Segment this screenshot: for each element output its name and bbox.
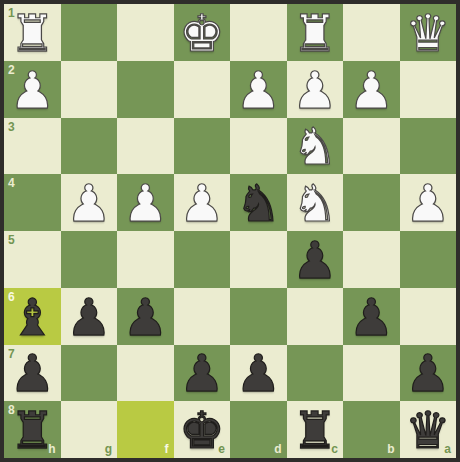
square-f8[interactable]: f <box>117 401 174 458</box>
square-a3[interactable] <box>400 118 457 175</box>
black-pawn[interactable]: ♟ <box>122 292 168 343</box>
square-c7[interactable] <box>287 345 344 402</box>
square-c3[interactable]: ♞ <box>287 118 344 175</box>
square-a4[interactable]: ♟ <box>400 174 457 231</box>
file-label-g: g <box>105 443 112 455</box>
square-b1[interactable] <box>343 4 400 61</box>
square-h6[interactable]: 6♝ <box>4 288 61 345</box>
square-b4[interactable] <box>343 174 400 231</box>
square-h4[interactable]: 4 <box>4 174 61 231</box>
square-f5[interactable] <box>117 231 174 288</box>
square-g2[interactable] <box>61 61 118 118</box>
rank-label-3: 3 <box>8 121 15 133</box>
square-e2[interactable] <box>174 61 231 118</box>
square-c1[interactable]: ♜ <box>287 4 344 61</box>
white-pawn[interactable]: ♟ <box>405 178 451 229</box>
square-d5[interactable] <box>230 231 287 288</box>
square-g8[interactable]: g <box>61 401 118 458</box>
square-h7[interactable]: 7♟ <box>4 345 61 402</box>
white-knight[interactable]: ♞ <box>292 178 338 229</box>
file-label-b: b <box>387 443 394 455</box>
square-f7[interactable] <box>117 345 174 402</box>
square-a7[interactable]: ♟ <box>400 345 457 402</box>
square-g3[interactable] <box>61 118 118 175</box>
black-pawn[interactable]: ♟ <box>348 292 394 343</box>
square-c2[interactable]: ♟ <box>287 61 344 118</box>
square-g7[interactable] <box>61 345 118 402</box>
white-pawn[interactable]: ♟ <box>66 178 112 229</box>
square-e7[interactable]: ♟ <box>174 345 231 402</box>
black-pawn[interactable]: ♟ <box>405 348 451 399</box>
square-b5[interactable] <box>343 231 400 288</box>
black-pawn[interactable]: ♟ <box>9 348 55 399</box>
black-pawn[interactable]: ♟ <box>292 235 338 286</box>
file-label-f: f <box>165 443 169 455</box>
square-g5[interactable] <box>61 231 118 288</box>
black-pawn[interactable]: ♟ <box>235 348 281 399</box>
square-e3[interactable] <box>174 118 231 175</box>
square-b6[interactable]: ♟ <box>343 288 400 345</box>
square-f6[interactable]: ♟ <box>117 288 174 345</box>
black-king[interactable]: ♚ <box>179 405 225 456</box>
square-d7[interactable]: ♟ <box>230 345 287 402</box>
black-rook[interactable]: ♜ <box>9 405 55 456</box>
white-knight[interactable]: ♞ <box>292 121 338 172</box>
black-queen[interactable]: ♛ <box>405 405 451 456</box>
square-f4[interactable]: ♟ <box>117 174 174 231</box>
square-d3[interactable] <box>230 118 287 175</box>
black-pawn[interactable]: ♟ <box>179 348 225 399</box>
square-g1[interactable] <box>61 4 118 61</box>
chess-board: 1♜♚♜♛2♟♟♟♟3♞4♟♟♟♞♞♟5♟6♝♟♟♟7♟♟♟♟8h♜gfe♚dc… <box>4 4 456 458</box>
square-e6[interactable] <box>174 288 231 345</box>
white-queen[interactable]: ♛ <box>405 8 451 59</box>
square-e5[interactable] <box>174 231 231 288</box>
square-e8[interactable]: e♚ <box>174 401 231 458</box>
square-g4[interactable]: ♟ <box>61 174 118 231</box>
rank-label-5: 5 <box>8 234 15 246</box>
black-bishop[interactable]: ♝ <box>9 292 55 343</box>
black-pawn[interactable]: ♟ <box>66 292 112 343</box>
square-d8[interactable]: d <box>230 401 287 458</box>
square-d6[interactable] <box>230 288 287 345</box>
white-king[interactable]: ♚ <box>179 8 225 59</box>
square-a5[interactable] <box>400 231 457 288</box>
square-g6[interactable]: ♟ <box>61 288 118 345</box>
square-c6[interactable] <box>287 288 344 345</box>
rank-label-4: 4 <box>8 177 15 189</box>
white-rook[interactable]: ♜ <box>9 8 55 59</box>
square-b7[interactable] <box>343 345 400 402</box>
square-c8[interactable]: c♜ <box>287 401 344 458</box>
square-d4[interactable]: ♞ <box>230 174 287 231</box>
black-knight[interactable]: ♞ <box>235 178 281 229</box>
square-h1[interactable]: 1♜ <box>4 4 61 61</box>
square-e4[interactable]: ♟ <box>174 174 231 231</box>
square-h8[interactable]: 8h♜ <box>4 401 61 458</box>
square-d2[interactable]: ♟ <box>230 61 287 118</box>
white-pawn[interactable]: ♟ <box>122 178 168 229</box>
white-pawn[interactable]: ♟ <box>179 178 225 229</box>
square-c5[interactable]: ♟ <box>287 231 344 288</box>
square-d1[interactable] <box>230 4 287 61</box>
square-c4[interactable]: ♞ <box>287 174 344 231</box>
white-pawn[interactable]: ♟ <box>348 65 394 116</box>
square-f3[interactable] <box>117 118 174 175</box>
square-f1[interactable] <box>117 4 174 61</box>
chess-board-frame: 1♜♚♜♛2♟♟♟♟3♞4♟♟♟♞♞♟5♟6♝♟♟♟7♟♟♟♟8h♜gfe♚dc… <box>0 0 460 462</box>
square-b2[interactable]: ♟ <box>343 61 400 118</box>
square-h2[interactable]: 2♟ <box>4 61 61 118</box>
square-f2[interactable] <box>117 61 174 118</box>
black-rook[interactable]: ♜ <box>292 405 338 456</box>
square-e1[interactable]: ♚ <box>174 4 231 61</box>
square-a8[interactable]: a♛ <box>400 401 457 458</box>
square-a1[interactable]: ♛ <box>400 4 457 61</box>
square-a6[interactable] <box>400 288 457 345</box>
square-b3[interactable] <box>343 118 400 175</box>
square-h3[interactable]: 3 <box>4 118 61 175</box>
white-rook[interactable]: ♜ <box>292 8 338 59</box>
white-pawn[interactable]: ♟ <box>235 65 281 116</box>
white-pawn[interactable]: ♟ <box>9 65 55 116</box>
square-b8[interactable]: b <box>343 401 400 458</box>
square-h5[interactable]: 5 <box>4 231 61 288</box>
square-a2[interactable] <box>400 61 457 118</box>
white-pawn[interactable]: ♟ <box>292 65 338 116</box>
file-label-d: d <box>274 443 281 455</box>
